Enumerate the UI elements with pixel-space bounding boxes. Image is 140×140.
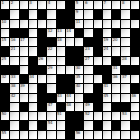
crossword-cell[interactable]: 16 (10, 38, 18, 46)
crossword-black-cell (94, 103, 102, 111)
crossword-cell[interactable] (57, 131, 65, 139)
crossword-black-cell (131, 66, 139, 74)
crossword-cell[interactable]: 12 (47, 29, 55, 37)
crossword-black-cell (112, 29, 120, 37)
clue-number: 20 (113, 38, 118, 42)
crossword-cell[interactable] (121, 20, 129, 28)
clue-number: 25 (2, 57, 7, 61)
crossword-black-cell (20, 75, 28, 83)
clue-number: 18 (57, 38, 62, 42)
crossword-black-cell (66, 112, 74, 120)
crossword-black-cell (57, 20, 65, 28)
crossword-cell[interactable] (29, 103, 37, 111)
crossword-black-cell (131, 121, 139, 129)
clue-number: 16 (11, 38, 16, 42)
crossword-cell[interactable] (47, 112, 55, 120)
crossword-cell[interactable] (1, 29, 9, 37)
crossword-black-cell (20, 121, 28, 129)
crossword-cell[interactable]: 44 (66, 94, 74, 102)
crossword-cell[interactable] (10, 112, 18, 120)
crossword-cell[interactable] (75, 38, 83, 46)
clue-number: 41 (103, 84, 108, 88)
crossword-black-cell (75, 57, 83, 65)
crossword-cell[interactable] (29, 47, 37, 55)
crossword-cell[interactable]: 4 (47, 1, 55, 9)
crossword-black-cell (1, 47, 9, 55)
clue-number: 11 (76, 20, 81, 24)
crossword-cell[interactable]: 47 (47, 103, 55, 111)
crossword-black-cell (94, 66, 102, 74)
crossword-cell[interactable] (112, 1, 120, 9)
crossword-black-cell (112, 121, 120, 129)
crossword-cell[interactable]: 35 (75, 75, 83, 83)
clue-number: 35 (76, 75, 81, 79)
crossword-black-cell (10, 66, 18, 74)
crossword-cell[interactable] (121, 94, 129, 102)
crossword-cell[interactable]: 38 (10, 84, 18, 92)
crossword-black-cell (112, 103, 120, 111)
crossword-black-cell (38, 94, 46, 102)
crossword-black-cell (112, 10, 120, 18)
crossword-black-cell (38, 84, 46, 92)
crossword-black-cell (1, 103, 9, 111)
crossword-black-cell (84, 94, 92, 102)
crossword-cell[interactable] (47, 57, 55, 65)
crossword-cell[interactable]: 14 (66, 29, 74, 37)
crossword-cell[interactable]: 53 (121, 112, 129, 120)
crossword-black-cell (94, 121, 102, 129)
crossword-black-cell (57, 84, 65, 92)
crossword-black-cell (103, 66, 111, 74)
crossword-cell[interactable]: 36 (112, 75, 120, 83)
crossword-board: 1234567891011121314151617181920212223242… (0, 0, 140, 140)
clue-number: 21 (11, 47, 16, 51)
crossword-cell[interactable] (29, 131, 37, 139)
crossword-black-cell (47, 38, 55, 46)
crossword-cell[interactable]: 30 (75, 66, 83, 74)
crossword-cell[interactable] (112, 84, 120, 92)
crossword-black-cell (131, 84, 139, 92)
crossword-cell[interactable] (112, 20, 120, 28)
clue-number: 6 (85, 1, 87, 5)
crossword-cell[interactable]: 37 (121, 75, 129, 83)
crossword-cell[interactable] (10, 103, 18, 111)
crossword-black-cell (94, 47, 102, 55)
crossword-black-cell (121, 103, 129, 111)
crossword-black-cell (131, 10, 139, 18)
crossword-cell[interactable] (131, 57, 139, 65)
crossword-black-cell (75, 47, 83, 55)
crossword-cell[interactable]: 3 (29, 1, 37, 9)
crossword-cell[interactable]: 56 (75, 131, 83, 139)
crossword-cell[interactable] (131, 1, 139, 9)
crossword-cell[interactable] (29, 20, 37, 28)
crossword-cell[interactable]: 48 (66, 103, 74, 111)
crossword-black-cell (20, 10, 28, 18)
crossword-cell[interactable] (103, 10, 111, 18)
clue-number: 54 (48, 121, 53, 125)
crossword-black-cell (38, 121, 46, 129)
crossword-black-cell (94, 84, 102, 92)
clue-number: 23 (85, 47, 90, 51)
crossword-cell[interactable]: 11 (75, 20, 83, 28)
crossword-black-cell (131, 47, 139, 55)
crossword-cell[interactable] (29, 10, 37, 18)
crossword-cell[interactable] (38, 20, 46, 28)
crossword-cell[interactable]: 52 (84, 112, 92, 120)
clue-number: 26 (39, 57, 44, 61)
crossword-cell[interactable] (94, 1, 102, 9)
clue-number: 13 (57, 29, 62, 33)
crossword-cell[interactable]: 25 (1, 57, 9, 65)
clue-number: 47 (48, 103, 53, 107)
clue-number: 4 (48, 1, 50, 5)
crossword-cell[interactable]: 2 (10, 1, 18, 9)
clue-number: 24 (103, 47, 108, 51)
crossword-cell[interactable]: 9 (75, 10, 83, 18)
crossword-cell[interactable] (38, 112, 46, 120)
crossword-cell[interactable] (121, 121, 129, 129)
crossword-black-cell (1, 121, 9, 129)
clue-number: 34 (29, 75, 34, 79)
crossword-cell[interactable] (112, 47, 120, 55)
crossword-cell[interactable] (47, 10, 55, 18)
clue-number: 14 (66, 29, 71, 33)
clue-number: 30 (76, 66, 81, 70)
crossword-cell[interactable]: 15 (1, 38, 9, 46)
crossword-cell[interactable]: 54 (47, 121, 55, 129)
crossword-cell[interactable] (121, 10, 129, 18)
crossword-cell[interactable] (103, 121, 111, 129)
crossword-black-cell (1, 84, 9, 92)
crossword-black-cell (66, 20, 74, 28)
crossword-black-cell (112, 57, 120, 65)
crossword-cell[interactable] (121, 38, 129, 46)
crossword-cell[interactable] (47, 84, 55, 92)
crossword-cell[interactable]: 29 (47, 66, 55, 74)
crossword-cell[interactable]: 45 (103, 94, 111, 102)
crossword-cell[interactable] (94, 20, 102, 28)
crossword-cell[interactable] (20, 20, 28, 28)
crossword-cell[interactable]: 1 (1, 1, 9, 9)
crossword-cell[interactable] (47, 75, 55, 83)
crossword-cell[interactable] (84, 10, 92, 18)
crossword-cell[interactable]: 6 (84, 1, 92, 9)
crossword-black-cell (66, 84, 74, 92)
crossword-black-cell (66, 10, 74, 18)
crossword-cell[interactable]: 26 (38, 57, 46, 65)
crossword-black-cell (38, 29, 46, 37)
crossword-cell[interactable]: 20 (112, 38, 120, 46)
crossword-cell[interactable] (47, 131, 55, 139)
clue-number: 3 (29, 1, 31, 5)
clue-number: 37 (122, 75, 127, 79)
clue-number: 33 (11, 75, 16, 79)
crossword-black-cell (57, 103, 65, 111)
clue-number: 50 (2, 112, 7, 116)
crossword-cell[interactable] (57, 121, 65, 129)
crossword-cell[interactable] (20, 94, 28, 102)
crossword-cell[interactable]: 43 (57, 94, 65, 102)
crossword-cell[interactable]: 8 (121, 1, 129, 9)
clue-number: 45 (103, 94, 108, 98)
clue-number: 46 (131, 94, 136, 98)
crossword-cell[interactable]: 40 (75, 84, 83, 92)
crossword-cell[interactable] (131, 131, 139, 139)
crossword-cell[interactable]: 42 (10, 94, 18, 102)
clue-number: 22 (48, 47, 53, 51)
crossword-cell[interactable] (38, 75, 46, 83)
crossword-cell[interactable] (94, 131, 102, 139)
clue-number: 52 (85, 112, 90, 116)
crossword-cell[interactable]: 33 (10, 75, 18, 83)
crossword-cell[interactable] (20, 47, 28, 55)
crossword-cell[interactable] (94, 75, 102, 83)
crossword-cell[interactable]: 50 (1, 112, 9, 120)
crossword-cell[interactable] (29, 38, 37, 46)
clue-number: 44 (66, 94, 71, 98)
crossword-cell[interactable] (20, 131, 28, 139)
crossword-cell[interactable] (10, 131, 18, 139)
crossword-cell[interactable]: 49 (84, 103, 92, 111)
crossword-cell[interactable] (75, 103, 83, 111)
clue-number: 51 (57, 112, 62, 116)
crossword-black-cell (38, 66, 46, 74)
crossword-cell[interactable] (131, 75, 139, 83)
clue-number: 17 (20, 38, 25, 42)
crossword-black-cell (20, 103, 28, 111)
crossword-cell[interactable] (75, 94, 83, 102)
crossword-cell[interactable] (10, 20, 18, 28)
crossword-cell[interactable] (66, 66, 74, 74)
crossword-cell[interactable] (84, 66, 92, 74)
crossword-black-cell (66, 57, 74, 65)
clue-number: 5 (76, 1, 78, 5)
crossword-black-cell (66, 75, 74, 83)
crossword-cell[interactable]: 27 (84, 57, 92, 65)
clue-number: 7 (103, 1, 105, 5)
crossword-black-cell (131, 29, 139, 37)
crossword-cell[interactable] (103, 57, 111, 65)
crossword-cell[interactable]: 22 (47, 47, 55, 55)
crossword-cell[interactable] (29, 112, 37, 120)
clue-number: 32 (2, 75, 7, 79)
clue-number: 19 (103, 38, 108, 42)
crossword-cell[interactable] (38, 131, 46, 139)
crossword-cell[interactable] (20, 66, 28, 74)
crossword-cell[interactable]: 32 (1, 75, 9, 83)
crossword-black-cell (1, 10, 9, 18)
crossword-black-cell (75, 121, 83, 129)
clue-number: 12 (48, 29, 53, 33)
crossword-cell[interactable] (103, 103, 111, 111)
crossword-black-cell (121, 66, 129, 74)
crossword-black-cell (1, 94, 9, 102)
crossword-cell[interactable] (121, 47, 129, 55)
crossword-cell[interactable] (121, 131, 129, 139)
crossword-cell[interactable] (84, 84, 92, 92)
clue-number: 53 (122, 112, 127, 116)
crossword-cell[interactable]: 51 (57, 112, 65, 120)
clue-number: 10 (2, 20, 7, 24)
clue-number: 42 (11, 94, 16, 98)
crossword-black-cell (38, 103, 46, 111)
crossword-cell[interactable] (103, 131, 111, 139)
clue-number: 8 (122, 1, 124, 5)
crossword-cell[interactable] (10, 10, 18, 18)
crossword-cell[interactable] (10, 57, 18, 65)
crossword-cell[interactable] (20, 112, 28, 120)
crossword-black-cell (66, 1, 74, 9)
clue-number: 15 (2, 38, 7, 42)
clue-number: 38 (11, 84, 16, 88)
crossword-black-cell (47, 94, 55, 102)
crossword-cell[interactable] (103, 112, 111, 120)
crossword-black-cell (38, 38, 46, 46)
crossword-cell[interactable] (94, 112, 102, 120)
crossword-cell[interactable] (57, 57, 65, 65)
crossword-black-cell (29, 66, 37, 74)
crossword-cell[interactable] (131, 112, 139, 120)
crossword-cell[interactable] (84, 131, 92, 139)
crossword-cell[interactable]: 31 (112, 66, 120, 74)
crossword-black-cell (38, 10, 46, 18)
clue-number: 40 (76, 84, 81, 88)
crossword-black-cell (75, 112, 83, 120)
crossword-cell[interactable]: 5 (75, 1, 83, 9)
crossword-cell[interactable] (112, 131, 120, 139)
crossword-cell[interactable]: 39 (20, 84, 28, 92)
crossword-black-cell (75, 29, 83, 37)
clue-number: 43 (57, 94, 62, 98)
crossword-cell[interactable] (94, 57, 102, 65)
crossword-cell[interactable] (103, 20, 111, 28)
crossword-cell[interactable]: 7 (103, 1, 111, 9)
crossword-cell[interactable] (57, 66, 65, 74)
crossword-cell[interactable] (10, 121, 18, 129)
crossword-cell[interactable] (131, 103, 139, 111)
crossword-cell[interactable]: 46 (131, 94, 139, 102)
crossword-cell[interactable]: 19 (103, 38, 111, 46)
crossword-black-cell (94, 38, 102, 46)
crossword-cell[interactable] (29, 84, 37, 92)
crossword-cell[interactable]: 28 (121, 57, 129, 65)
crossword-black-cell (10, 29, 18, 37)
crossword-cell[interactable] (47, 20, 55, 28)
clue-number: 28 (122, 57, 127, 61)
crossword-black-cell (84, 38, 92, 46)
crossword-cell[interactable] (121, 84, 129, 92)
crossword-cell[interactable]: 23 (84, 47, 92, 55)
crossword-cell[interactable]: 21 (10, 47, 18, 55)
crossword-cell[interactable] (112, 112, 120, 120)
crossword-black-cell (38, 47, 46, 55)
clue-number: 56 (76, 131, 81, 135)
clue-number: 39 (20, 84, 25, 88)
crossword-black-cell (1, 66, 9, 74)
crossword-cell[interactable] (103, 29, 111, 37)
crossword-black-cell (29, 57, 37, 65)
crossword-cell[interactable] (29, 121, 37, 129)
crossword-black-cell (57, 75, 65, 83)
clue-number: 9 (76, 10, 78, 14)
crossword-cell[interactable]: 24 (103, 47, 111, 55)
crossword-black-cell (57, 10, 65, 18)
clue-number: 1 (2, 1, 4, 5)
crossword-cell[interactable]: 10 (1, 20, 9, 28)
crossword-cell[interactable] (20, 57, 28, 65)
crossword-cell[interactable] (84, 29, 92, 37)
clue-number: 48 (66, 103, 71, 107)
crossword-black-cell (66, 131, 74, 139)
crossword-cell[interactable] (131, 20, 139, 28)
crossword-cell[interactable] (66, 38, 74, 46)
crossword-black-cell (94, 10, 102, 18)
clue-number: 31 (113, 66, 118, 70)
crossword-cell[interactable]: 13 (57, 29, 65, 37)
crossword-black-cell (94, 29, 102, 37)
crossword-black-cell (66, 121, 74, 129)
clue-number: 36 (113, 75, 118, 79)
crossword-cell[interactable]: 17 (20, 38, 28, 46)
clue-number: 49 (85, 103, 90, 107)
crossword-black-cell (20, 29, 28, 37)
clue-number: 27 (85, 57, 90, 61)
crossword-cell[interactable] (112, 94, 120, 102)
crossword-black-cell (103, 75, 111, 83)
crossword-cell[interactable] (57, 47, 65, 55)
clue-number: 2 (11, 1, 13, 5)
crossword-cell[interactable] (38, 1, 46, 9)
crossword-cell[interactable] (121, 29, 129, 37)
crossword-black-cell (66, 47, 74, 55)
crossword-cell[interactable] (29, 29, 37, 37)
clue-number: 29 (48, 66, 53, 70)
crossword-cell[interactable]: 18 (57, 38, 65, 46)
crossword-cell[interactable] (84, 75, 92, 83)
crossword-cell[interactable] (84, 121, 92, 129)
crossword-black-cell (131, 38, 139, 46)
crossword-cell[interactable]: 41 (103, 84, 111, 92)
crossword-cell[interactable] (20, 1, 28, 9)
crossword-cell[interactable] (57, 1, 65, 9)
crossword-cell[interactable] (84, 20, 92, 28)
clue-number: 55 (2, 131, 7, 135)
crossword-cell[interactable] (29, 94, 37, 102)
crossword-cell[interactable]: 55 (1, 131, 9, 139)
crossword-black-cell (94, 94, 102, 102)
crossword-cell[interactable]: 34 (29, 75, 37, 83)
